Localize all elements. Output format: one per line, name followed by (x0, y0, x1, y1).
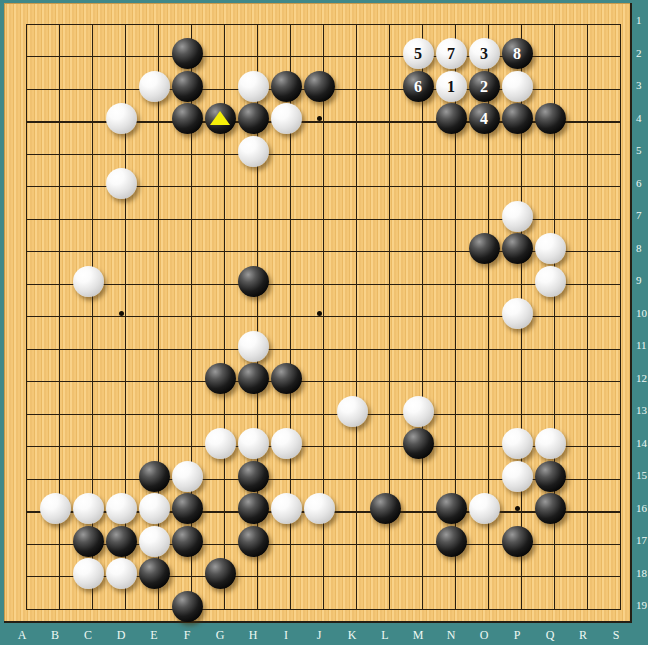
col-label-P: P (508, 628, 526, 643)
stone-black-H9[interactable] (238, 266, 269, 297)
stone-black-M14[interactable] (403, 428, 434, 459)
row-label-1: 1 (636, 14, 648, 26)
col-label-B: B (46, 628, 64, 643)
col-label-R: R (574, 628, 592, 643)
star-point-J4 (317, 116, 322, 121)
col-label-G: G (211, 628, 229, 643)
stone-white-I16[interactable] (271, 493, 302, 524)
move-number-label-O2: 3 (480, 38, 488, 69)
col-label-C: C (79, 628, 97, 643)
stone-white-Q14[interactable] (535, 428, 566, 459)
stone-white-P3[interactable] (502, 71, 533, 102)
stone-white-E17[interactable] (139, 526, 170, 557)
row-label-11: 11 (636, 339, 648, 351)
stone-black-F19[interactable] (172, 591, 203, 622)
stone-black-H4[interactable] (238, 103, 269, 134)
move-number-label-O3: 2 (480, 71, 488, 102)
stone-white-H11[interactable] (238, 331, 269, 362)
stone-white-F15[interactable] (172, 461, 203, 492)
stone-black-G18[interactable] (205, 558, 236, 589)
stone-black-P4[interactable] (502, 103, 533, 134)
row-label-6: 6 (636, 177, 648, 189)
col-label-M: M (409, 628, 427, 643)
stone-black-E18[interactable] (139, 558, 170, 589)
stone-black-N17[interactable] (436, 526, 467, 557)
stone-white-C16[interactable] (73, 493, 104, 524)
stone-black-H12[interactable] (238, 363, 269, 394)
stone-white-P15[interactable] (502, 461, 533, 492)
row-label-16: 16 (636, 502, 648, 514)
row-label-8: 8 (636, 242, 648, 254)
move-number-label-N2: 7 (447, 38, 455, 69)
col-label-E: E (145, 628, 163, 643)
stone-white-D16[interactable] (106, 493, 137, 524)
row-label-15: 15 (636, 469, 648, 481)
col-label-Q: Q (541, 628, 559, 643)
stone-white-N3[interactable]: 1 (436, 71, 467, 102)
col-label-A: A (13, 628, 31, 643)
move-number-label-N3: 1 (447, 71, 455, 102)
star-point-J10 (317, 311, 322, 316)
stone-white-P7[interactable] (502, 201, 533, 232)
row-label-17: 17 (636, 534, 648, 546)
col-label-K: K (343, 628, 361, 643)
stone-black-O3[interactable]: 2 (469, 71, 500, 102)
stone-white-P10[interactable] (502, 298, 533, 329)
stone-black-H15[interactable] (238, 461, 269, 492)
stone-white-E16[interactable] (139, 493, 170, 524)
col-label-F: F (178, 628, 196, 643)
row-label-5: 5 (636, 144, 648, 156)
stone-white-O2[interactable]: 3 (469, 38, 500, 69)
row-label-19: 19 (636, 599, 648, 611)
row-label-12: 12 (636, 372, 648, 384)
stone-white-B16[interactable] (40, 493, 71, 524)
stone-black-N16[interactable] (436, 493, 467, 524)
row-label-2: 2 (636, 47, 648, 59)
row-label-9: 9 (636, 274, 648, 286)
stone-black-F17[interactable] (172, 526, 203, 557)
star-point-P16 (515, 506, 520, 511)
stone-black-O8[interactable] (469, 233, 500, 264)
stone-white-D6[interactable] (106, 168, 137, 199)
stone-white-E3[interactable] (139, 71, 170, 102)
col-label-J: J (310, 628, 328, 643)
stone-white-H14[interactable] (238, 428, 269, 459)
star-point-D10 (119, 311, 124, 316)
row-label-3: 3 (636, 79, 648, 91)
stone-black-I3[interactable] (271, 71, 302, 102)
stone-white-D4[interactable] (106, 103, 137, 134)
move-number-label-O4: 4 (480, 103, 488, 134)
col-label-S: S (607, 628, 625, 643)
go-game-screen: 57386124ABCDEFGHIJKLMNOPQRS1234567891011… (0, 0, 648, 645)
stone-black-F16[interactable] (172, 493, 203, 524)
stone-white-H5[interactable] (238, 136, 269, 167)
move-number-label-P2: 8 (513, 38, 521, 69)
stone-white-I14[interactable] (271, 428, 302, 459)
row-label-10: 10 (636, 307, 648, 319)
stone-white-I4[interactable] (271, 103, 302, 134)
stone-black-I12[interactable] (271, 363, 302, 394)
stone-white-K13[interactable] (337, 396, 368, 427)
stone-black-P17[interactable] (502, 526, 533, 557)
stone-black-E15[interactable] (139, 461, 170, 492)
stone-black-C17[interactable] (73, 526, 104, 557)
stone-black-J3[interactable] (304, 71, 335, 102)
row-label-13: 13 (636, 404, 648, 416)
stone-black-M3[interactable]: 6 (403, 71, 434, 102)
stone-black-H16[interactable] (238, 493, 269, 524)
stone-white-D18[interactable] (106, 558, 137, 589)
stone-white-H3[interactable] (238, 71, 269, 102)
stone-black-G12[interactable] (205, 363, 236, 394)
stone-white-C18[interactable] (73, 558, 104, 589)
row-label-4: 4 (636, 112, 648, 124)
stone-white-G14[interactable] (205, 428, 236, 459)
col-label-I: I (277, 628, 295, 643)
stone-white-O16[interactable] (469, 493, 500, 524)
stone-black-Q4[interactable] (535, 103, 566, 134)
stone-white-M2[interactable]: 5 (403, 38, 434, 69)
move-number-label-M2: 5 (414, 38, 422, 69)
stone-white-N2[interactable]: 7 (436, 38, 467, 69)
col-label-D: D (112, 628, 130, 643)
col-label-L: L (376, 628, 394, 643)
row-label-14: 14 (636, 437, 648, 449)
stone-black-N4[interactable] (436, 103, 467, 134)
triangle-marker-icon (210, 110, 230, 124)
stone-black-D17[interactable] (106, 526, 137, 557)
stone-black-F2[interactable] (172, 38, 203, 69)
stone-black-O4[interactable]: 4 (469, 103, 500, 134)
stone-white-C9[interactable] (73, 266, 104, 297)
stone-white-M13[interactable] (403, 396, 434, 427)
stone-white-J16[interactable] (304, 493, 335, 524)
stone-white-Q9[interactable] (535, 266, 566, 297)
stone-black-Q15[interactable] (535, 461, 566, 492)
col-label-H: H (244, 628, 262, 643)
row-label-18: 18 (636, 567, 648, 579)
stone-black-Q16[interactable] (535, 493, 566, 524)
stone-black-F4[interactable] (172, 103, 203, 134)
stone-black-F3[interactable] (172, 71, 203, 102)
stone-white-P14[interactable] (502, 428, 533, 459)
stone-black-G4[interactable] (205, 103, 236, 134)
stone-white-Q8[interactable] (535, 233, 566, 264)
stone-black-H17[interactable] (238, 526, 269, 557)
stone-black-P8[interactable] (502, 233, 533, 264)
col-label-N: N (442, 628, 460, 643)
col-label-O: O (475, 628, 493, 643)
move-number-label-M3: 6 (414, 71, 422, 102)
stone-black-L16[interactable] (370, 493, 401, 524)
row-label-7: 7 (636, 209, 648, 221)
stone-black-P2[interactable]: 8 (502, 38, 533, 69)
